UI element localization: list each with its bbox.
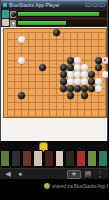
app-thumbnail[interactable] [87,150,97,167]
black-stone [95,57,102,64]
share-caption-bar: shared via BlueStacks App Player (www.bl… [0,179,108,193]
black-stone [60,78,67,85]
black-stone [67,92,74,99]
black-stone [67,57,74,64]
back-icon[interactable]: ◀ [2,169,14,179]
minimize-button[interactable] [85,3,91,7]
window-titlebar[interactable]: BlueStacks App Player [1,0,107,9]
bluestacks-logo-icon [44,183,50,189]
thumbnail-row [0,150,108,167]
go-app-icon[interactable] [2,10,9,18]
screenshot-root: BlueStacks App Player [0,0,108,200]
go-board-grid [7,32,106,117]
white-stone [18,57,25,64]
white-stone [67,78,74,85]
white-stone [102,71,109,78]
white-stone [81,64,88,71]
white-time-fill [18,21,66,25]
black-stone [67,85,74,92]
app-thumbnail[interactable] [22,150,32,167]
black-stone [60,85,67,92]
window-title: BlueStacks App Player [9,2,79,8]
white-stone [74,71,81,78]
app-thumbnail[interactable] [33,150,43,167]
black-stone [53,29,60,36]
go-board[interactable] [3,28,107,118]
black-stone [67,64,74,71]
white-stone [81,78,88,85]
black-stone [88,71,95,78]
thumbnail-strip [0,141,108,168]
black-stone [18,92,25,99]
white-time-bar [17,20,107,26]
close-button[interactable] [99,3,105,7]
black-stone [88,78,95,85]
app-thumbnail[interactable] [98,150,108,167]
white-stone [74,64,81,71]
black-stone [88,85,95,92]
white-player-row [10,19,107,27]
player-avatar [2,19,9,26]
black-stone-icon [10,11,16,18]
app-thumbnail[interactable] [65,150,75,167]
white-stone-icon [10,20,16,27]
black-stone [81,85,88,92]
app-thumbnail[interactable] [55,150,65,167]
black-time-bar [17,11,107,17]
white-stone [18,36,25,43]
black-player-row [10,10,107,18]
window-controls [84,3,105,7]
bluestacks-window: BlueStacks App Player [0,0,108,141]
white-stone [95,85,102,92]
black-stone [60,64,67,71]
share-icon: ★ [68,169,80,179]
white-stone [81,71,88,78]
bookmark-icon[interactable]: ▤ [82,169,94,179]
black-stone [39,64,46,71]
white-stone [95,78,102,85]
nav-left-group: ◀ ● [2,169,26,179]
marked-white-stone [102,57,109,64]
black-stone [81,92,88,99]
player-clock-panel [1,9,107,27]
white-stone [74,78,81,85]
share-caption-text: shared via BlueStacks App Player (www.bl… [52,184,108,189]
black-stone [74,85,81,92]
white-stone [67,71,74,78]
share-button[interactable]: ★ [67,170,81,179]
white-stone [74,57,81,64]
app-thumbnail[interactable] [44,150,54,167]
app-thumbnail[interactable] [0,150,10,167]
nav-right-group: ★ ▤ ⋮ [67,169,106,179]
black-stone [95,64,102,71]
home-icon[interactable]: ● [14,169,26,179]
panel-left-column [2,10,9,26]
black-stone [60,71,67,78]
black-time-fill [18,12,99,16]
menu-icon[interactable]: ⋮ [94,169,106,179]
android-nav-bar: ◀ ● ★ ▤ ⋮ [0,168,108,179]
window-app-icon [3,3,7,7]
app-thumbnail[interactable] [11,150,21,167]
maximize-button[interactable] [92,3,98,7]
app-thumbnail[interactable] [76,150,86,167]
